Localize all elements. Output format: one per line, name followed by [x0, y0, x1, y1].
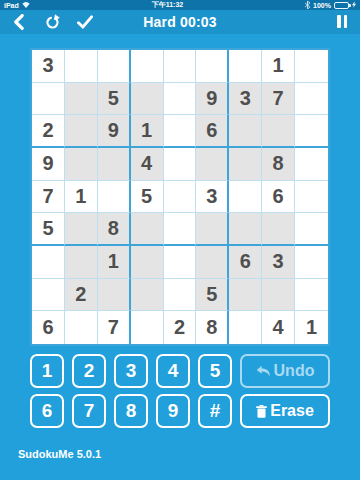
cell-r7c6[interactable]: [196, 246, 229, 279]
charging-icon: [352, 1, 356, 9]
restart-icon[interactable]: [42, 12, 62, 32]
cell-r1c2[interactable]: [65, 50, 98, 83]
cell-r5c1[interactable]: 7: [32, 181, 65, 214]
cell-r3c4[interactable]: 1: [131, 115, 164, 148]
cell-r6c4[interactable]: [131, 213, 164, 246]
digit-key-1[interactable]: 1: [30, 354, 64, 388]
cell-r9c7[interactable]: [229, 311, 262, 344]
trash-icon: [256, 405, 267, 418]
cell-r6c3[interactable]: 8: [98, 213, 131, 246]
cell-r2c6[interactable]: 9: [196, 83, 229, 116]
digit-key-6[interactable]: 6: [30, 394, 64, 428]
erase-button[interactable]: Erase: [240, 394, 330, 428]
cell-r8c3[interactable]: [98, 279, 131, 312]
cell-r8c6[interactable]: 5: [196, 279, 229, 312]
cell-r8c9[interactable]: [295, 279, 328, 312]
cell-r2c5[interactable]: [164, 83, 197, 116]
cell-r6c5[interactable]: [164, 213, 197, 246]
cell-r6c1[interactable]: 5: [32, 213, 65, 246]
cell-r3c6[interactable]: 6: [196, 115, 229, 148]
cell-r5c8[interactable]: 6: [262, 181, 295, 214]
cell-r2c3[interactable]: 5: [98, 83, 131, 116]
cell-r5c5[interactable]: [164, 181, 197, 214]
erase-label: Erase: [270, 402, 314, 420]
digit-key-5[interactable]: 5: [198, 354, 232, 388]
cell-r4c1[interactable]: 9: [32, 148, 65, 181]
cell-r8c2[interactable]: 2: [65, 279, 98, 312]
cell-r6c9[interactable]: [295, 213, 328, 246]
cell-r2c9[interactable]: [295, 83, 328, 116]
keypad-row-1: 12345 Undo: [30, 354, 330, 388]
cell-r4c8[interactable]: 8: [262, 148, 295, 181]
cell-r7c7[interactable]: 6: [229, 246, 262, 279]
digit-key-8[interactable]: 8: [114, 394, 148, 428]
undo-icon: [256, 365, 271, 377]
cell-r9c4[interactable]: [131, 311, 164, 344]
keypad: 12345 Undo 6789# Erase: [30, 354, 330, 428]
cell-r5c3[interactable]: [98, 181, 131, 214]
cell-r7c1[interactable]: [32, 246, 65, 279]
cell-r6c2[interactable]: [65, 213, 98, 246]
cell-r7c2[interactable]: [65, 246, 98, 279]
cell-r6c6[interactable]: [196, 213, 229, 246]
cell-r2c1[interactable]: [32, 83, 65, 116]
app-version-label: SudokuMe 5.0.1: [18, 448, 101, 460]
keypad-row-2: 6789# Erase: [30, 394, 330, 428]
cell-r1c7[interactable]: [229, 50, 262, 83]
pencil-key[interactable]: #: [198, 394, 232, 428]
pause-icon[interactable]: [337, 15, 347, 28]
cell-r7c4[interactable]: [131, 246, 164, 279]
cell-r9c3[interactable]: 7: [98, 311, 131, 344]
wifi-icon: [22, 2, 30, 9]
cell-r1c9[interactable]: [295, 50, 328, 83]
cell-r5c9[interactable]: [295, 181, 328, 214]
cell-r1c3[interactable]: [98, 50, 131, 83]
cell-r7c8[interactable]: 3: [262, 246, 295, 279]
digit-key-9[interactable]: 9: [156, 394, 190, 428]
cell-r2c7[interactable]: 3: [229, 83, 262, 116]
cell-r1c6[interactable]: [196, 50, 229, 83]
cell-r5c2[interactable]: 1: [65, 181, 98, 214]
cell-r2c4[interactable]: [131, 83, 164, 116]
cell-r8c7[interactable]: [229, 279, 262, 312]
digit-key-4[interactable]: 4: [156, 354, 190, 388]
digit-key-3[interactable]: 3: [114, 354, 148, 388]
battery-icon: [334, 2, 349, 9]
cell-r2c2[interactable]: [65, 83, 98, 116]
cell-r4c4[interactable]: 4: [131, 148, 164, 181]
undo-button[interactable]: Undo: [240, 354, 330, 388]
cell-r4c2[interactable]: [65, 148, 98, 181]
undo-label: Undo: [274, 362, 315, 380]
cell-r9c2[interactable]: [65, 311, 98, 344]
digit-key-2[interactable]: 2: [72, 354, 106, 388]
cell-r1c8[interactable]: 1: [262, 50, 295, 83]
cell-r9c9[interactable]: 1: [295, 311, 328, 344]
sudoku-board: 3159372916948715365816325672841: [30, 48, 330, 346]
cell-r4c3[interactable]: [98, 148, 131, 181]
bluetooth-icon: [305, 1, 310, 10]
cell-r4c9[interactable]: [295, 148, 328, 181]
cell-r3c2[interactable]: [65, 115, 98, 148]
cell-r7c3[interactable]: 1: [98, 246, 131, 279]
status-bar: iPad 下午11:32 100%: [0, 0, 360, 10]
cell-r1c5[interactable]: [164, 50, 197, 83]
cell-r5c4[interactable]: 5: [131, 181, 164, 214]
battery-percent: 100%: [313, 2, 331, 9]
cell-r7c9[interactable]: [295, 246, 328, 279]
cell-r3c8[interactable]: [262, 115, 295, 148]
cell-r8c4[interactable]: [131, 279, 164, 312]
cell-r4c5[interactable]: [164, 148, 197, 181]
cell-r9c1[interactable]: 6: [32, 311, 65, 344]
cell-r1c4[interactable]: [131, 50, 164, 83]
cell-r8c1[interactable]: [32, 279, 65, 312]
device-label: iPad: [4, 2, 19, 9]
cell-r3c9[interactable]: [295, 115, 328, 148]
cell-r6c8[interactable]: [262, 213, 295, 246]
cell-r3c1[interactable]: 2: [32, 115, 65, 148]
cell-r9c5[interactable]: 2: [164, 311, 197, 344]
back-icon[interactable]: [9, 12, 29, 32]
cell-r9c6[interactable]: 8: [196, 311, 229, 344]
digit-key-7[interactable]: 7: [72, 394, 106, 428]
cell-r6c7[interactable]: [229, 213, 262, 246]
cell-r4c7[interactable]: [229, 148, 262, 181]
cell-r9c8[interactable]: 4: [262, 311, 295, 344]
cell-r1c1[interactable]: 3: [32, 50, 65, 83]
cell-r3c5[interactable]: [164, 115, 197, 148]
statusbar-time: 下午11:32: [152, 0, 184, 10]
check-icon[interactable]: [75, 12, 95, 32]
cell-r8c5[interactable]: [164, 279, 197, 312]
cell-r8c8[interactable]: [262, 279, 295, 312]
cell-r4c6[interactable]: [196, 148, 229, 181]
cell-r5c7[interactable]: [229, 181, 262, 214]
cell-r5c6[interactable]: 3: [196, 181, 229, 214]
nav-bar: Hard 00:03: [0, 10, 360, 34]
cell-r3c7[interactable]: [229, 115, 262, 148]
cell-r7c5[interactable]: [164, 246, 197, 279]
cell-r2c8[interactable]: 7: [262, 83, 295, 116]
cell-r3c3[interactable]: 9: [98, 115, 131, 148]
